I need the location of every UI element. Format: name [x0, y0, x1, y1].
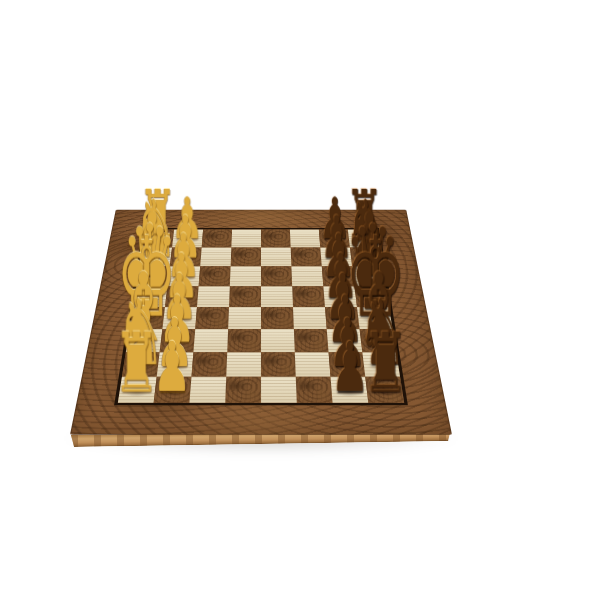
- board-playfield: ♜♟♟♜♞♟♟♞♝♟♟♝♛♟♟♛♚♟♟♚♝♟♟♝♞♟♟♞♜♟♟♜: [114, 228, 408, 405]
- square-g3[interactable]: [191, 352, 227, 377]
- square-a4[interactable]: [231, 230, 261, 248]
- square-h1[interactable]: ♜: [118, 377, 157, 403]
- chess-board: ♜♟♟♜♞♟♟♞♝♟♟♝♛♟♟♛♚♟♟♚♝♟♟♝♞♟♟♞♜♟♟♜: [70, 210, 452, 435]
- square-g5[interactable]: [261, 352, 296, 377]
- square-h4[interactable]: [225, 377, 261, 403]
- square-f4[interactable]: [227, 329, 261, 352]
- square-g4[interactable]: [226, 352, 261, 377]
- square-b5[interactable]: [261, 247, 291, 266]
- square-a3[interactable]: [202, 230, 232, 248]
- square-e5[interactable]: [261, 307, 294, 329]
- product-photo-scene: ♜♟♟♜♞♟♟♞♝♟♟♝♛♟♟♛♚♟♟♚♝♟♟♝♞♟♟♞♜♟♟♜: [0, 0, 600, 600]
- square-d5[interactable]: [261, 286, 293, 307]
- square-h8[interactable]: ♜: [365, 377, 404, 403]
- square-g6[interactable]: [295, 352, 331, 377]
- square-a5[interactable]: [261, 230, 291, 248]
- square-b3[interactable]: [200, 247, 231, 266]
- piece-white-rook[interactable]: ♜: [114, 328, 160, 398]
- square-d3[interactable]: [197, 286, 230, 307]
- square-e4[interactable]: [228, 307, 261, 329]
- square-c4[interactable]: [230, 266, 261, 286]
- square-d4[interactable]: [229, 286, 261, 307]
- square-b4[interactable]: [231, 247, 261, 266]
- square-f3[interactable]: [193, 329, 228, 352]
- square-e6[interactable]: [293, 307, 327, 329]
- square-c6[interactable]: [291, 266, 323, 286]
- piece-black-rook[interactable]: ♜: [363, 328, 409, 398]
- square-b6[interactable]: [291, 247, 322, 266]
- square-f5[interactable]: [261, 329, 295, 352]
- square-a6[interactable]: [290, 230, 320, 248]
- square-e3[interactable]: [195, 307, 229, 329]
- square-h5[interactable]: [261, 377, 297, 403]
- square-c5[interactable]: [261, 266, 292, 286]
- square-h3[interactable]: [189, 377, 226, 403]
- square-h6[interactable]: [296, 377, 333, 403]
- square-c3[interactable]: [199, 266, 231, 286]
- square-d6[interactable]: [292, 286, 325, 307]
- square-f6[interactable]: [294, 329, 329, 352]
